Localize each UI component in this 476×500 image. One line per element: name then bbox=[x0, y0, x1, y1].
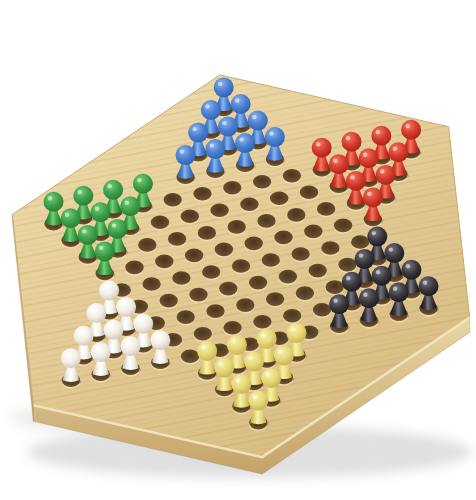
peg-head bbox=[287, 323, 307, 343]
peg-head bbox=[214, 357, 234, 377]
peg-specular-highlight bbox=[235, 98, 239, 102]
peg-specular-highlight bbox=[231, 339, 235, 343]
hole[interactable] bbox=[168, 232, 186, 246]
chinese-checkers-board bbox=[0, 0, 476, 500]
peg-specular-highlight bbox=[65, 213, 69, 217]
peg-specular-highlight bbox=[363, 153, 367, 157]
hole[interactable] bbox=[262, 253, 280, 267]
peg-specular-highlight bbox=[269, 131, 273, 135]
hole[interactable] bbox=[317, 202, 335, 216]
peg-specular-highlight bbox=[48, 196, 52, 200]
peg-specular-highlight bbox=[65, 353, 69, 357]
peg-head bbox=[274, 345, 294, 365]
hole[interactable] bbox=[287, 208, 305, 222]
hole[interactable] bbox=[223, 181, 241, 195]
peg-head bbox=[231, 94, 251, 114]
peg-head bbox=[231, 374, 251, 394]
peg-specular-highlight bbox=[359, 253, 363, 257]
peg-specular-highlight bbox=[125, 341, 129, 345]
hole[interactable] bbox=[257, 214, 275, 228]
peg-head bbox=[346, 171, 366, 191]
hole[interactable] bbox=[181, 350, 199, 364]
hole[interactable] bbox=[309, 264, 327, 278]
hole[interactable] bbox=[351, 235, 369, 249]
peg-specular-highlight bbox=[236, 378, 240, 382]
peg-specular-highlight bbox=[346, 136, 350, 140]
hole[interactable] bbox=[172, 271, 190, 285]
peg-specular-highlight bbox=[91, 307, 95, 311]
hole[interactable] bbox=[125, 261, 143, 275]
peg-specular-highlight bbox=[107, 184, 111, 188]
hole[interactable] bbox=[304, 225, 322, 239]
hole[interactable] bbox=[160, 294, 178, 308]
peg-head bbox=[384, 243, 404, 263]
peg-head bbox=[61, 208, 81, 228]
hole[interactable] bbox=[249, 276, 267, 290]
peg-specular-highlight bbox=[346, 276, 350, 280]
hole[interactable] bbox=[296, 286, 314, 300]
peg-head bbox=[121, 336, 141, 356]
peg-specular-highlight bbox=[405, 124, 409, 128]
hole[interactable] bbox=[206, 304, 224, 318]
hole[interactable] bbox=[219, 282, 237, 296]
peg-head bbox=[235, 133, 255, 153]
peg-specular-highlight bbox=[265, 372, 269, 376]
peg-head bbox=[312, 138, 332, 158]
peg-head bbox=[95, 241, 115, 261]
hole[interactable] bbox=[338, 258, 356, 272]
peg-head bbox=[265, 127, 285, 147]
peg-specular-highlight bbox=[393, 147, 397, 151]
peg-specular-highlight bbox=[261, 333, 265, 337]
peg-head bbox=[248, 111, 268, 131]
peg-specular-highlight bbox=[239, 137, 243, 141]
hole[interactable] bbox=[236, 298, 254, 312]
peg-specular-highlight bbox=[138, 318, 142, 322]
peg-head bbox=[61, 348, 81, 368]
peg-specular-highlight bbox=[218, 82, 222, 86]
hole[interactable] bbox=[138, 238, 156, 252]
peg-specular-highlight bbox=[363, 293, 367, 297]
peg-specular-highlight bbox=[155, 335, 159, 339]
peg-head bbox=[74, 326, 94, 346]
peg-head bbox=[133, 314, 153, 334]
hole[interactable] bbox=[326, 280, 344, 294]
peg-specular-highlight bbox=[120, 301, 124, 305]
peg-head bbox=[201, 100, 221, 120]
peg-head bbox=[44, 192, 64, 212]
peg-head bbox=[329, 154, 349, 174]
peg-specular-highlight bbox=[367, 192, 371, 196]
peg-head bbox=[73, 186, 93, 206]
peg-specular-highlight bbox=[193, 127, 197, 131]
peg-head bbox=[120, 196, 140, 216]
hole[interactable] bbox=[232, 259, 250, 273]
hole[interactable] bbox=[202, 265, 220, 279]
peg-specular-highlight bbox=[108, 324, 112, 328]
peg-head bbox=[261, 368, 281, 388]
peg-specular-highlight bbox=[78, 330, 82, 334]
peg-head bbox=[363, 187, 383, 207]
peg-head bbox=[342, 272, 362, 292]
hole[interactable] bbox=[291, 247, 309, 261]
peg-specular-highlight bbox=[125, 201, 129, 205]
peg-specular-highlight bbox=[95, 347, 99, 351]
peg-specular-highlight bbox=[376, 270, 380, 274]
hole[interactable] bbox=[223, 321, 241, 335]
peg-specular-highlight bbox=[219, 362, 223, 366]
peg-head bbox=[376, 165, 396, 185]
peg-head bbox=[188, 123, 208, 143]
peg-head bbox=[401, 260, 421, 280]
peg-head bbox=[244, 351, 264, 371]
peg-head bbox=[372, 266, 392, 286]
peg-specular-highlight bbox=[103, 285, 107, 289]
peg-head bbox=[367, 227, 387, 247]
hole[interactable] bbox=[151, 216, 169, 230]
peg-head bbox=[401, 120, 421, 140]
hole[interactable] bbox=[283, 309, 301, 323]
peg-head bbox=[329, 294, 349, 314]
peg-head bbox=[371, 126, 391, 146]
hole[interactable] bbox=[253, 315, 271, 329]
peg-head bbox=[389, 282, 409, 302]
peg-head bbox=[90, 202, 110, 222]
peg-specular-highlight bbox=[252, 115, 256, 119]
peg-head bbox=[99, 281, 119, 301]
hole[interactable] bbox=[198, 226, 216, 240]
peg-specular-highlight bbox=[95, 207, 99, 211]
peg-head bbox=[257, 329, 277, 349]
hole[interactable] bbox=[300, 186, 318, 200]
hole[interactable] bbox=[313, 303, 331, 317]
peg-head bbox=[218, 117, 238, 137]
peg-head bbox=[133, 174, 153, 194]
peg-specular-highlight bbox=[205, 104, 209, 108]
peg-head bbox=[342, 132, 362, 152]
peg-head bbox=[86, 303, 106, 323]
hole[interactable] bbox=[270, 192, 288, 206]
peg-specular-highlight bbox=[82, 229, 86, 233]
peg-head bbox=[116, 297, 136, 317]
hole[interactable] bbox=[245, 237, 263, 251]
peg-head bbox=[103, 180, 123, 200]
peg-specular-highlight bbox=[180, 149, 184, 153]
peg-head bbox=[103, 320, 123, 340]
peg-specular-highlight bbox=[333, 159, 337, 163]
hole[interactable] bbox=[194, 327, 212, 341]
hole[interactable] bbox=[164, 193, 182, 207]
hole[interactable] bbox=[142, 277, 160, 291]
peg-specular-highlight bbox=[380, 169, 384, 173]
peg-specular-highlight bbox=[278, 350, 282, 354]
peg-specular-highlight bbox=[112, 223, 116, 227]
hole[interactable] bbox=[240, 198, 258, 212]
peg-specular-highlight bbox=[201, 345, 205, 349]
peg-specular-highlight bbox=[333, 299, 337, 303]
hole[interactable] bbox=[334, 219, 352, 233]
peg-head bbox=[359, 148, 379, 168]
peg-specular-highlight bbox=[376, 130, 380, 134]
peg-specular-highlight bbox=[316, 142, 320, 146]
peg-head bbox=[197, 341, 217, 361]
peg-specular-highlight bbox=[291, 327, 295, 331]
peg-head bbox=[248, 391, 268, 411]
hole[interactable] bbox=[215, 243, 233, 257]
peg-specular-highlight bbox=[393, 287, 397, 291]
hole[interactable] bbox=[274, 231, 292, 245]
hole[interactable] bbox=[181, 210, 199, 224]
peg-specular-highlight bbox=[210, 143, 214, 147]
hole[interactable] bbox=[266, 292, 284, 306]
peg-head bbox=[205, 139, 225, 159]
hole[interactable] bbox=[193, 187, 211, 201]
peg-head bbox=[176, 145, 196, 165]
peg-specular-highlight bbox=[253, 395, 257, 399]
hole[interactable] bbox=[189, 288, 207, 302]
peg-specular-highlight bbox=[406, 264, 410, 268]
peg-specular-highlight bbox=[248, 356, 252, 360]
hole[interactable] bbox=[253, 175, 271, 189]
hole[interactable] bbox=[177, 310, 195, 324]
peg-head bbox=[227, 335, 247, 355]
hole[interactable] bbox=[283, 169, 301, 183]
peg-head bbox=[91, 342, 111, 362]
peg-specular-highlight bbox=[99, 246, 103, 250]
peg-head bbox=[214, 77, 234, 97]
peg-head bbox=[388, 142, 408, 162]
peg-specular-highlight bbox=[423, 281, 427, 285]
peg-head bbox=[355, 249, 375, 269]
peg-head bbox=[108, 219, 128, 239]
product-photo-stage bbox=[0, 0, 476, 500]
peg-specular-highlight bbox=[372, 231, 376, 235]
hole[interactable] bbox=[185, 249, 203, 263]
hole[interactable] bbox=[210, 204, 228, 218]
peg-head bbox=[419, 276, 439, 296]
hole[interactable] bbox=[155, 255, 173, 269]
peg-specular-highlight bbox=[350, 175, 354, 179]
hole[interactable] bbox=[321, 241, 339, 255]
peg-specular-highlight bbox=[389, 247, 393, 251]
peg-head bbox=[359, 288, 379, 308]
peg-head bbox=[150, 330, 170, 350]
peg-specular-highlight bbox=[78, 190, 82, 194]
hole[interactable] bbox=[228, 220, 246, 234]
peg-specular-highlight bbox=[222, 121, 226, 125]
peg-specular-highlight bbox=[137, 178, 141, 182]
peg-head bbox=[78, 225, 98, 245]
hole[interactable] bbox=[279, 270, 297, 284]
